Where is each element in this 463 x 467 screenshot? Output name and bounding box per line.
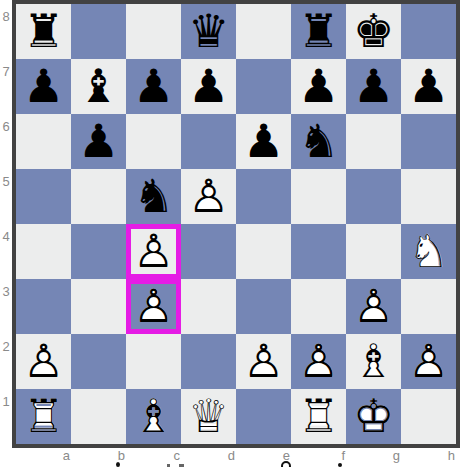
square-a7[interactable]: ♟	[16, 59, 71, 114]
rank-label-6: 6	[0, 114, 12, 169]
white-pawn[interactable]: ♟	[401, 334, 456, 389]
square-g5[interactable]	[346, 169, 401, 224]
file-label-d: d	[181, 449, 236, 465]
rank-label-7: 7	[0, 59, 12, 114]
black-queen[interactable]: ♛	[181, 4, 236, 59]
file-labels: a b c d e f g h	[16, 449, 456, 465]
black-rook[interactable]: ♜	[291, 4, 346, 59]
square-a8[interactable]: ♜	[16, 4, 71, 59]
square-d7[interactable]: ♟	[181, 59, 236, 114]
white-rook[interactable]: ♜	[16, 389, 71, 444]
square-g8[interactable]: ♚	[346, 4, 401, 59]
black-knight[interactable]: ♞	[126, 169, 181, 224]
square-g2[interactable]: ♝	[346, 334, 401, 389]
white-pawn[interactable]: ♟	[126, 279, 181, 334]
square-b8[interactable]	[71, 4, 126, 59]
chess-board: ♜♛♜♚♟♝♟♟♟♟♟♟♟♞♞♟♟♞♟♟♟♟♟♝♟♜♝♛♜♚	[12, 0, 460, 448]
file-label-c: c	[126, 449, 181, 465]
black-rook[interactable]: ♜	[16, 4, 71, 59]
square-c6[interactable]	[126, 114, 181, 169]
black-pawn[interactable]: ♟	[236, 114, 291, 169]
square-e3[interactable]	[236, 279, 291, 334]
square-b2[interactable]	[71, 334, 126, 389]
white-queen[interactable]: ♛	[181, 389, 236, 444]
square-f5[interactable]	[291, 169, 346, 224]
square-d8[interactable]: ♛	[181, 4, 236, 59]
square-g6[interactable]	[346, 114, 401, 169]
square-f6[interactable]: ♞	[291, 114, 346, 169]
square-b3[interactable]	[71, 279, 126, 334]
square-c3[interactable]: ♟	[126, 279, 181, 334]
square-g4[interactable]	[346, 224, 401, 279]
square-f1[interactable]: ♜	[291, 389, 346, 444]
rank-label-8: 8	[0, 4, 12, 59]
clipped-text-fragment	[281, 461, 291, 467]
square-a5[interactable]	[16, 169, 71, 224]
square-c1[interactable]: ♝	[126, 389, 181, 444]
square-a4[interactable]	[16, 224, 71, 279]
black-pawn[interactable]: ♟	[401, 59, 456, 114]
black-knight[interactable]: ♞	[291, 114, 346, 169]
square-e1[interactable]	[236, 389, 291, 444]
square-h5[interactable]	[401, 169, 456, 224]
rank-labels: 8 7 6 5 4 3 2 1	[0, 4, 12, 444]
square-b6[interactable]: ♟	[71, 114, 126, 169]
black-pawn[interactable]: ♟	[181, 59, 236, 114]
black-king[interactable]: ♚	[346, 4, 401, 59]
square-f8[interactable]: ♜	[291, 4, 346, 59]
square-d6[interactable]	[181, 114, 236, 169]
square-h4[interactable]: ♞	[401, 224, 456, 279]
black-pawn[interactable]: ♟	[16, 59, 71, 114]
square-c4[interactable]: ♟	[126, 224, 181, 279]
square-c8[interactable]	[126, 4, 181, 59]
square-e6[interactable]: ♟	[236, 114, 291, 169]
rank-label-5: 5	[0, 169, 12, 224]
black-pawn[interactable]: ♟	[291, 59, 346, 114]
square-h1[interactable]	[401, 389, 456, 444]
white-pawn[interactable]: ♟	[236, 334, 291, 389]
square-h8[interactable]	[401, 4, 456, 59]
square-f3[interactable]	[291, 279, 346, 334]
square-g1[interactable]: ♚	[346, 389, 401, 444]
square-a3[interactable]	[16, 279, 71, 334]
square-c2[interactable]	[126, 334, 181, 389]
rank-label-2: 2	[0, 334, 12, 389]
square-a2[interactable]: ♟	[16, 334, 71, 389]
file-label-a: a	[16, 449, 71, 465]
clipped-text-fragment	[116, 462, 120, 467]
square-b5[interactable]	[71, 169, 126, 224]
square-a1[interactable]: ♜	[16, 389, 71, 444]
square-f4[interactable]	[291, 224, 346, 279]
square-h3[interactable]	[401, 279, 456, 334]
square-e2[interactable]: ♟	[236, 334, 291, 389]
square-e8[interactable]	[236, 4, 291, 59]
white-bishop[interactable]: ♝	[126, 389, 181, 444]
rank-label-3: 3	[0, 279, 12, 334]
white-rook[interactable]: ♜	[291, 389, 346, 444]
square-g7[interactable]: ♟	[346, 59, 401, 114]
square-c5[interactable]: ♞	[126, 169, 181, 224]
square-d1[interactable]: ♛	[181, 389, 236, 444]
white-pawn[interactable]: ♟	[16, 334, 71, 389]
square-e4[interactable]	[236, 224, 291, 279]
file-label-g: g	[346, 449, 401, 465]
square-h7[interactable]: ♟	[401, 59, 456, 114]
black-bishop[interactable]: ♝	[71, 59, 126, 114]
square-c7[interactable]: ♟	[126, 59, 181, 114]
white-king[interactable]: ♚	[346, 389, 401, 444]
square-e5[interactable]	[236, 169, 291, 224]
square-f7[interactable]: ♟	[291, 59, 346, 114]
square-e7[interactable]	[236, 59, 291, 114]
square-b7[interactable]: ♝	[71, 59, 126, 114]
square-g3[interactable]: ♟	[346, 279, 401, 334]
square-b1[interactable]	[71, 389, 126, 444]
black-pawn[interactable]: ♟	[346, 59, 401, 114]
white-knight[interactable]: ♞	[401, 224, 456, 279]
black-pawn[interactable]: ♟	[126, 59, 181, 114]
square-a6[interactable]	[16, 114, 71, 169]
square-d2[interactable]	[181, 334, 236, 389]
rank-label-4: 4	[0, 224, 12, 279]
white-pawn[interactable]: ♟	[346, 279, 401, 334]
square-h2[interactable]: ♟	[401, 334, 456, 389]
file-label-h: h	[401, 449, 456, 465]
white-pawn[interactable]: ♟	[126, 224, 181, 279]
rank-label-1: 1	[0, 389, 12, 444]
square-d5[interactable]: ♟	[181, 169, 236, 224]
square-h6[interactable]	[401, 114, 456, 169]
square-f2[interactable]: ♟	[291, 334, 346, 389]
square-b4[interactable]	[71, 224, 126, 279]
white-pawn[interactable]: ♟	[291, 334, 346, 389]
clipped-text-fragment	[338, 463, 342, 467]
square-d4[interactable]	[181, 224, 236, 279]
black-pawn[interactable]: ♟	[71, 114, 126, 169]
square-d3[interactable]	[181, 279, 236, 334]
white-pawn[interactable]: ♟	[181, 169, 236, 224]
white-bishop[interactable]: ♝	[346, 334, 401, 389]
